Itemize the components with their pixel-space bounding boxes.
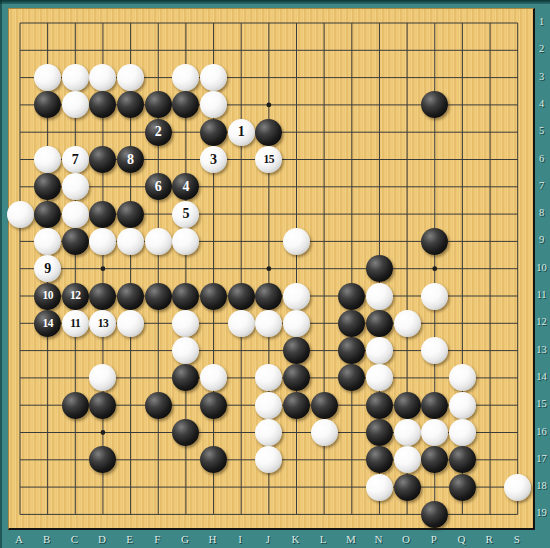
row-label-10: 10 [533,261,550,275]
stone-black-E6[interactable]: 8 [117,146,144,173]
stone-black-E11[interactable] [117,283,144,310]
stone-white-O16[interactable] [394,419,421,446]
move-number: 3 [210,153,217,167]
stone-black-G11[interactable] [172,283,199,310]
stone-white-P11[interactable] [421,283,448,310]
stone-black-B8[interactable] [34,201,61,228]
stone-white-F9[interactable] [145,228,172,255]
stone-white-E12[interactable] [117,310,144,337]
row-label-19: 19 [533,506,550,520]
column-label-E: E [121,531,139,547]
stone-white-Q16[interactable] [449,419,476,446]
stone-black-C15[interactable] [62,392,89,419]
move-number: 7 [72,153,79,167]
stone-white-J12[interactable] [255,310,282,337]
stone-white-N13[interactable] [366,337,393,364]
move-number: 14 [42,318,53,330]
column-label-F: F [148,531,166,547]
stone-black-E8[interactable] [117,201,144,228]
column-label-C: C [65,531,83,547]
stone-black-H15[interactable] [200,392,227,419]
column-label-B: B [38,531,56,547]
stone-black-K13[interactable] [283,337,310,364]
stone-black-B11[interactable]: 10 [34,283,61,310]
move-number: 15 [264,154,275,166]
column-label-A: A [10,531,28,547]
move-number: 10 [42,290,53,302]
column-label-P: P [425,531,443,547]
stone-black-P9[interactable] [421,228,448,255]
row-label-17: 17 [533,452,550,466]
row-label-8: 8 [533,206,550,220]
stone-white-H6[interactable]: 3 [200,146,227,173]
row-label-15: 15 [533,397,550,411]
stone-white-I5[interactable]: 1 [228,119,255,146]
stone-white-E3[interactable] [117,64,144,91]
stone-white-H3[interactable] [200,64,227,91]
row-label-16: 16 [533,425,550,439]
go-diagram-window: 217831564591012141113 ABCDEFGHIJKLMNOPQR… [0,0,550,548]
stone-black-K15[interactable] [283,392,310,419]
row-label-18: 18 [533,479,550,493]
stone-black-Q18[interactable] [449,474,476,501]
stone-white-A8[interactable] [7,201,34,228]
stone-white-B9[interactable] [34,228,61,255]
stone-black-C11[interactable]: 12 [62,283,89,310]
row-label-13: 13 [533,343,550,357]
stone-black-F11[interactable] [145,283,172,310]
window-left-edge [0,0,2,548]
stone-white-Q15[interactable] [449,392,476,419]
row-label-11: 11 [533,288,550,302]
stone-white-C6[interactable]: 7 [62,146,89,173]
column-label-N: N [369,531,387,547]
stone-white-B6[interactable] [34,146,61,173]
move-number: 4 [182,180,189,194]
stone-black-H5[interactable] [200,119,227,146]
stone-black-Q17[interactable] [449,446,476,473]
stone-white-K9[interactable] [283,228,310,255]
column-label-H: H [204,531,222,547]
move-number: 12 [70,290,81,302]
stone-white-J15[interactable] [255,392,282,419]
stone-black-H11[interactable] [200,283,227,310]
stone-black-D11[interactable] [89,283,116,310]
stone-black-O18[interactable] [394,474,421,501]
stone-white-N11[interactable] [366,283,393,310]
row-label-7: 7 [533,179,550,193]
column-label-M: M [342,531,360,547]
stone-black-D8[interactable] [89,201,116,228]
go-board[interactable]: 217831564591012141113 [8,8,535,530]
move-number: 8 [127,153,134,167]
row-label-9: 9 [533,233,550,247]
stone-black-C9[interactable] [62,228,89,255]
row-label-5: 5 [533,124,550,138]
stone-white-E9[interactable] [117,228,144,255]
stone-white-K12[interactable] [283,310,310,337]
stone-white-G12[interactable] [172,310,199,337]
stone-black-F15[interactable] [145,392,172,419]
stone-white-G8[interactable]: 5 [172,201,199,228]
stone-black-F7[interactable]: 6 [145,173,172,200]
move-number: 1 [238,125,245,139]
stone-black-N12[interactable] [366,310,393,337]
stone-white-I12[interactable] [228,310,255,337]
row-label-4: 4 [533,97,550,111]
stone-white-C7[interactable] [62,173,89,200]
column-label-L: L [314,531,332,547]
column-label-S: S [508,531,526,547]
stone-white-O17[interactable] [394,446,421,473]
stone-black-I11[interactable] [228,283,255,310]
stone-black-P15[interactable] [421,392,448,419]
stone-black-M11[interactable] [338,283,365,310]
column-label-I: I [231,531,249,547]
row-label-14: 14 [533,370,550,384]
stone-black-B12[interactable]: 14 [34,310,61,337]
row-label-6: 6 [533,152,550,166]
stone-black-N10[interactable] [366,255,393,282]
move-number: 11 [70,318,80,330]
move-number: 2 [155,125,162,139]
column-label-K: K [287,531,305,547]
window-top-edge [0,0,550,4]
stone-white-N18[interactable] [366,474,393,501]
stone-black-J5[interactable] [255,119,282,146]
stone-black-D15[interactable] [89,392,116,419]
column-label-Q: Q [452,531,470,547]
move-number: 9 [44,262,51,276]
stone-white-C8[interactable] [62,201,89,228]
row-label-2: 2 [533,42,550,56]
stone-black-L15[interactable] [311,392,338,419]
move-number: 5 [182,207,189,221]
move-number: 13 [98,318,109,330]
stone-white-L16[interactable] [311,419,338,446]
column-label-D: D [93,531,111,547]
stone-black-F5[interactable]: 2 [145,119,172,146]
stone-white-C4[interactable] [62,91,89,118]
stone-black-J11[interactable] [255,283,282,310]
row-label-3: 3 [533,70,550,84]
stone-black-O15[interactable] [394,392,421,419]
stone-white-K11[interactable] [283,283,310,310]
stone-black-M12[interactable] [338,310,365,337]
column-label-J: J [259,531,277,547]
stone-white-O12[interactable] [394,310,421,337]
move-number: 6 [155,180,162,194]
row-label-1: 1 [533,15,550,29]
stone-white-C12[interactable]: 11 [62,310,89,337]
stone-white-C3[interactable] [62,64,89,91]
stone-black-F4[interactable] [145,91,172,118]
stone-black-N15[interactable] [366,392,393,419]
row-label-12: 12 [533,315,550,329]
column-label-R: R [480,531,498,547]
stone-white-S18[interactable] [504,474,531,501]
column-label-O: O [397,531,415,547]
stone-black-N16[interactable] [366,419,393,446]
stone-black-P19[interactable] [421,501,448,528]
column-label-G: G [176,531,194,547]
